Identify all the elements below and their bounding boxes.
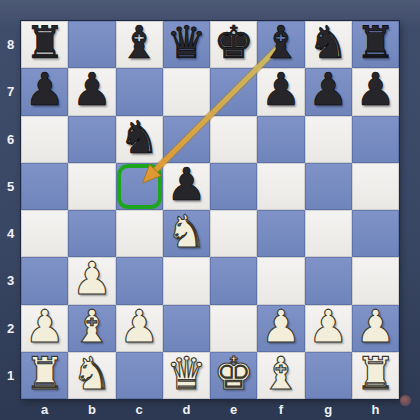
file-label-e: e: [210, 399, 257, 420]
square-f4[interactable]: [257, 210, 304, 257]
square-e2[interactable]: [210, 305, 257, 352]
square-g6[interactable]: [305, 116, 352, 163]
square-h6[interactable]: [352, 116, 399, 163]
square-f5[interactable]: [257, 163, 304, 210]
square-a5[interactable]: [21, 163, 68, 210]
white-bishop[interactable]: ♝: [261, 351, 301, 396]
white-pawn[interactable]: ♟: [72, 256, 112, 301]
square-a2[interactable]: ♟: [21, 305, 68, 352]
square-c5[interactable]: [116, 163, 163, 210]
black-rook[interactable]: ♜: [24, 20, 64, 65]
file-label-g: g: [305, 399, 352, 420]
rank-labels: 87654321: [0, 21, 21, 399]
square-c4[interactable]: [116, 210, 163, 257]
file-label-h: h: [352, 399, 399, 420]
file-label-a: a: [21, 399, 68, 420]
rank-label-1: 1: [0, 352, 21, 399]
square-h4[interactable]: [352, 210, 399, 257]
black-king[interactable]: ♚: [213, 20, 253, 65]
watermark-dot: [400, 395, 411, 406]
square-e4[interactable]: [210, 210, 257, 257]
square-c8[interactable]: ♝: [116, 21, 163, 68]
square-f2[interactable]: ♟: [257, 305, 304, 352]
square-f7[interactable]: ♟: [257, 68, 304, 115]
square-c2[interactable]: ♟: [116, 305, 163, 352]
rank-label-8: 8: [0, 21, 21, 68]
white-pawn[interactable]: ♟: [261, 304, 301, 349]
square-h7[interactable]: ♟: [352, 68, 399, 115]
square-d2[interactable]: [163, 305, 210, 352]
square-g8[interactable]: ♞: [305, 21, 352, 68]
square-f6[interactable]: [257, 116, 304, 163]
highlight-square: [117, 164, 162, 209]
square-d6[interactable]: [163, 116, 210, 163]
file-labels: abcdefgh: [21, 399, 399, 420]
square-a3[interactable]: [21, 257, 68, 304]
file-label-c: c: [116, 399, 163, 420]
square-d1[interactable]: ♛: [163, 352, 210, 399]
square-g7[interactable]: ♟: [305, 68, 352, 115]
black-pawn[interactable]: ♟: [261, 67, 301, 112]
white-pawn[interactable]: ♟: [308, 304, 348, 349]
square-a7[interactable]: ♟: [21, 68, 68, 115]
white-rook[interactable]: ♜: [355, 351, 395, 396]
square-e7[interactable]: [210, 68, 257, 115]
chess-board: ♜♝♛♚♝♞♜♟♟♟♟♟♞♟♞♟♟♝♟♟♟♟♜♞♛♚♝♜: [21, 21, 399, 399]
white-pawn[interactable]: ♟: [24, 304, 64, 349]
rank-label-3: 3: [0, 257, 21, 304]
black-queen[interactable]: ♛: [166, 20, 206, 65]
white-pawn[interactable]: ♟: [355, 304, 395, 349]
white-king[interactable]: ♚: [213, 351, 253, 396]
square-a6[interactable]: [21, 116, 68, 163]
square-c3[interactable]: [116, 257, 163, 304]
square-g5[interactable]: [305, 163, 352, 210]
black-bishop[interactable]: ♝: [261, 20, 301, 65]
file-label-f: f: [257, 399, 304, 420]
square-b7[interactable]: ♟: [68, 68, 115, 115]
square-d3[interactable]: [163, 257, 210, 304]
rank-label-7: 7: [0, 68, 21, 115]
rank-label-2: 2: [0, 305, 21, 352]
black-knight[interactable]: ♞: [308, 20, 348, 65]
rank-label-4: 4: [0, 210, 21, 257]
black-pawn[interactable]: ♟: [355, 67, 395, 112]
black-pawn[interactable]: ♟: [72, 67, 112, 112]
square-f8[interactable]: ♝: [257, 21, 304, 68]
square-c1[interactable]: [116, 352, 163, 399]
square-h3[interactable]: [352, 257, 399, 304]
square-c7[interactable]: [116, 68, 163, 115]
square-b6[interactable]: [68, 116, 115, 163]
rank-label-5: 5: [0, 163, 21, 210]
square-f3[interactable]: [257, 257, 304, 304]
square-f1[interactable]: ♝: [257, 352, 304, 399]
square-a4[interactable]: [21, 210, 68, 257]
black-rook[interactable]: ♜: [355, 20, 395, 65]
white-rook[interactable]: ♜: [24, 351, 64, 396]
black-pawn[interactable]: ♟: [166, 162, 206, 207]
rank-label-6: 6: [0, 116, 21, 163]
square-e6[interactable]: [210, 116, 257, 163]
square-e8[interactable]: ♚: [210, 21, 257, 68]
square-b2[interactable]: ♝: [68, 305, 115, 352]
square-d5[interactable]: ♟: [163, 163, 210, 210]
square-g1[interactable]: [305, 352, 352, 399]
square-a8[interactable]: ♜: [21, 21, 68, 68]
square-e1[interactable]: ♚: [210, 352, 257, 399]
square-d4[interactable]: ♞: [163, 210, 210, 257]
chess-board-frame: 87654321 abcdefgh ♜♝♛♚♝♞♜♟♟♟♟♟♞♟♞♟♟♝♟♟♟♟…: [0, 0, 420, 420]
square-d8[interactable]: ♛: [163, 21, 210, 68]
square-c6[interactable]: ♞: [116, 116, 163, 163]
square-h2[interactable]: ♟: [352, 305, 399, 352]
file-label-d: d: [163, 399, 210, 420]
white-queen[interactable]: ♛: [166, 351, 206, 396]
square-a1[interactable]: ♜: [21, 352, 68, 399]
white-pawn[interactable]: ♟: [119, 304, 159, 349]
square-h8[interactable]: ♜: [352, 21, 399, 68]
file-label-b: b: [68, 399, 115, 420]
white-knight[interactable]: ♞: [166, 209, 206, 254]
black-bishop[interactable]: ♝: [119, 20, 159, 65]
square-d7[interactable]: [163, 68, 210, 115]
white-knight[interactable]: ♞: [72, 351, 112, 396]
square-g4[interactable]: [305, 210, 352, 257]
square-b8[interactable]: [68, 21, 115, 68]
square-h1[interactable]: ♜: [352, 352, 399, 399]
black-knight[interactable]: ♞: [119, 115, 159, 160]
square-e3[interactable]: [210, 257, 257, 304]
square-e5[interactable]: [210, 163, 257, 210]
square-b3[interactable]: ♟: [68, 257, 115, 304]
black-pawn[interactable]: ♟: [308, 67, 348, 112]
square-b5[interactable]: [68, 163, 115, 210]
square-h5[interactable]: [352, 163, 399, 210]
square-b1[interactable]: ♞: [68, 352, 115, 399]
square-g3[interactable]: [305, 257, 352, 304]
square-b4[interactable]: [68, 210, 115, 257]
black-pawn[interactable]: ♟: [24, 67, 64, 112]
white-bishop[interactable]: ♝: [72, 304, 112, 349]
square-g2[interactable]: ♟: [305, 305, 352, 352]
